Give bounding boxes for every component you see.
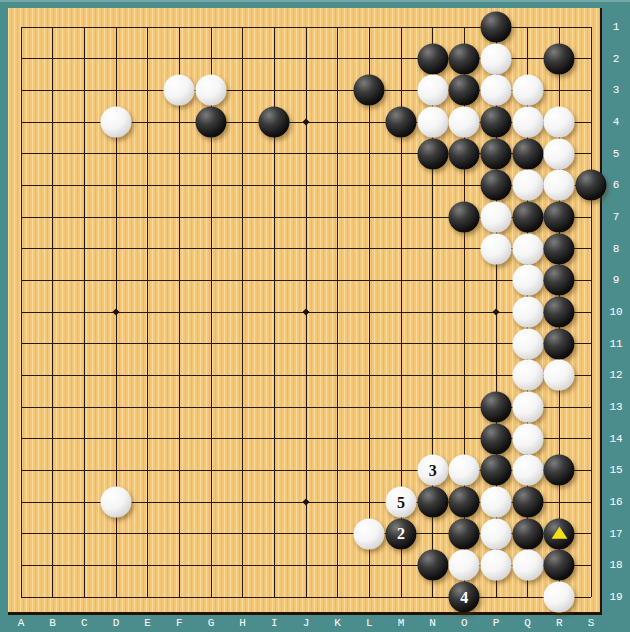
stone-F3-white[interactable] — [164, 75, 195, 106]
star-point-J16 — [302, 498, 309, 505]
stone-O16-black[interactable] — [449, 487, 480, 518]
stone-P6-black[interactable] — [481, 170, 512, 201]
stone-O2-black[interactable] — [449, 43, 480, 74]
stone-D4-white[interactable] — [101, 107, 132, 138]
grid-line-horizontal — [21, 597, 591, 598]
stone-O7-black[interactable] — [449, 202, 480, 233]
stone-Q3-white[interactable] — [512, 75, 543, 106]
stone-N2-black[interactable] — [417, 43, 448, 74]
stone-R5-white[interactable] — [544, 138, 575, 169]
stone-G3-white[interactable] — [196, 75, 227, 106]
star-point-D10 — [112, 308, 119, 315]
triangle-marker — [551, 527, 567, 539]
column-label-Q: Q — [524, 618, 531, 629]
star-point-J4 — [302, 118, 309, 125]
move-number-label: 5 — [397, 494, 405, 510]
column-label-G: G — [208, 618, 215, 629]
grid-line-horizontal — [21, 375, 591, 376]
stone-L3-black[interactable] — [354, 75, 385, 106]
stone-O4-white[interactable] — [449, 107, 480, 138]
stone-N5-black[interactable] — [417, 138, 448, 169]
stone-Q8-white[interactable] — [512, 233, 543, 264]
column-label-S: S — [588, 618, 595, 629]
column-label-J: J — [303, 618, 310, 629]
stone-O3-black[interactable] — [449, 75, 480, 106]
row-label-16: 16 — [609, 497, 622, 508]
stone-G4-black[interactable] — [196, 107, 227, 138]
stone-I4-black[interactable] — [259, 107, 290, 138]
row-label-5: 5 — [613, 148, 620, 159]
stone-P4-black[interactable] — [481, 107, 512, 138]
row-label-11: 11 — [609, 338, 622, 349]
row-label-3: 3 — [613, 85, 620, 96]
column-label-O: O — [461, 618, 468, 629]
row-label-2: 2 — [613, 53, 620, 64]
stone-O5-black[interactable] — [449, 138, 480, 169]
go-game-screen: 3524 ABCDEFGHIJKLMNOPQRS1234567891011121… — [0, 0, 630, 632]
stone-R12-white[interactable] — [544, 360, 575, 391]
stone-R7-black[interactable] — [544, 202, 575, 233]
column-label-P: P — [493, 618, 500, 629]
stone-O17-black[interactable] — [449, 518, 480, 549]
row-label-8: 8 — [613, 243, 620, 254]
stone-Q11-white[interactable] — [512, 328, 543, 359]
stone-R2-black[interactable] — [544, 43, 575, 74]
stone-Q4-white[interactable] — [512, 107, 543, 138]
stone-O15-white[interactable] — [449, 455, 480, 486]
column-label-L: L — [366, 618, 373, 629]
stone-R19-white[interactable] — [544, 582, 575, 613]
grid-line-vertical — [369, 27, 370, 597]
stone-P18-white[interactable] — [481, 550, 512, 581]
stone-P3-white[interactable] — [481, 75, 512, 106]
grid-line-vertical — [591, 27, 592, 597]
column-label-E: E — [144, 618, 151, 629]
row-label-4: 4 — [613, 117, 620, 128]
stone-R18-black[interactable] — [544, 550, 575, 581]
stone-P15-black[interactable] — [481, 455, 512, 486]
goban[interactable]: 3524 — [8, 8, 602, 615]
row-label-1: 1 — [613, 22, 620, 33]
row-label-14: 14 — [609, 433, 622, 444]
stone-P5-black[interactable] — [481, 138, 512, 169]
stone-N3-white[interactable] — [417, 75, 448, 106]
stone-Q6-white[interactable] — [512, 170, 543, 201]
stone-Q13-white[interactable] — [512, 392, 543, 423]
stone-Q17-black[interactable] — [512, 518, 543, 549]
stone-R4-white[interactable] — [544, 107, 575, 138]
stone-N15-white[interactable]: 3 — [417, 455, 448, 486]
stone-Q5-black[interactable] — [512, 138, 543, 169]
row-label-10: 10 — [609, 307, 622, 318]
column-label-K: K — [334, 618, 341, 629]
row-label-18: 18 — [609, 560, 622, 571]
stone-M16-white[interactable]: 5 — [386, 487, 417, 518]
stone-P17-white[interactable] — [481, 518, 512, 549]
stone-Q10-white[interactable] — [512, 297, 543, 328]
row-label-6: 6 — [613, 180, 620, 191]
column-label-R: R — [556, 618, 563, 629]
stone-P14-black[interactable] — [481, 423, 512, 454]
stone-Q9-white[interactable] — [512, 265, 543, 296]
stone-N4-white[interactable] — [417, 107, 448, 138]
stone-M4-black[interactable] — [386, 107, 417, 138]
stone-Q16-black[interactable] — [512, 487, 543, 518]
stone-Q15-white[interactable] — [512, 455, 543, 486]
star-point-J10 — [302, 308, 309, 315]
stone-R6-white[interactable] — [544, 170, 575, 201]
column-label-B: B — [49, 618, 56, 629]
stone-O18-white[interactable] — [449, 550, 480, 581]
stone-Q18-white[interactable] — [512, 550, 543, 581]
stone-R9-black[interactable] — [544, 265, 575, 296]
stone-N18-black[interactable] — [417, 550, 448, 581]
move-number-label: 3 — [429, 462, 437, 478]
stone-P7-white[interactable] — [481, 202, 512, 233]
stone-N16-black[interactable] — [417, 487, 448, 518]
move-number-label: 4 — [460, 589, 468, 605]
stone-R10-black[interactable] — [544, 297, 575, 328]
stone-L17-white[interactable] — [354, 518, 385, 549]
row-label-17: 17 — [609, 528, 622, 539]
stone-P2-white[interactable] — [481, 43, 512, 74]
stone-P13-black[interactable] — [481, 392, 512, 423]
row-label-7: 7 — [613, 212, 620, 223]
column-label-I: I — [271, 618, 278, 629]
row-label-13: 13 — [609, 402, 622, 413]
row-label-19: 19 — [609, 592, 622, 603]
stone-P16-white[interactable] — [481, 487, 512, 518]
stone-O19-black[interactable]: 4 — [449, 582, 480, 613]
stone-D16-white[interactable] — [101, 487, 132, 518]
row-label-15: 15 — [609, 465, 622, 476]
stone-Q12-white[interactable] — [512, 360, 543, 391]
stone-Q7-black[interactable] — [512, 202, 543, 233]
stone-P8-white[interactable] — [481, 233, 512, 264]
stone-M17-black[interactable]: 2 — [386, 518, 417, 549]
column-label-H: H — [239, 618, 246, 629]
stone-R8-black[interactable] — [544, 233, 575, 264]
column-label-M: M — [398, 618, 405, 629]
stone-R15-black[interactable] — [544, 455, 575, 486]
stone-R17-black[interactable] — [544, 518, 575, 549]
column-label-F: F — [176, 618, 183, 629]
row-label-12: 12 — [609, 370, 622, 381]
stone-S6-black[interactable] — [576, 170, 607, 201]
row-label-9: 9 — [613, 275, 620, 286]
grid-line-horizontal — [21, 343, 591, 344]
stone-P1-black[interactable] — [481, 12, 512, 43]
column-label-D: D — [113, 618, 120, 629]
stone-R11-black[interactable] — [544, 328, 575, 359]
column-label-C: C — [81, 618, 88, 629]
stone-Q14-white[interactable] — [512, 423, 543, 454]
grid-line-vertical — [337, 27, 338, 597]
move-number-label: 2 — [397, 526, 405, 542]
star-point-P10 — [492, 308, 499, 315]
column-label-N: N — [429, 618, 436, 629]
column-label-A: A — [18, 618, 25, 629]
